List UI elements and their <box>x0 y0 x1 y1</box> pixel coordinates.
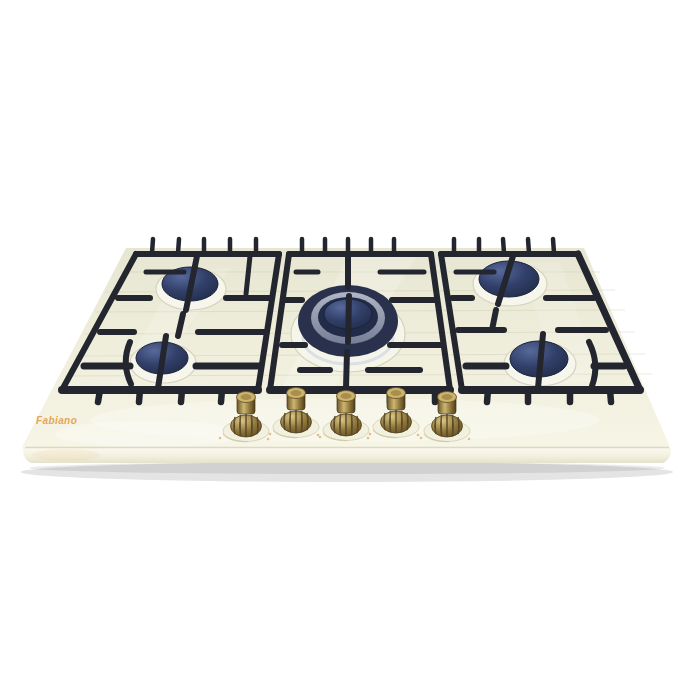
gas-cooktop-photo: Fabiano <box>0 0 693 693</box>
drop-shadow <box>21 462 673 482</box>
scene: Fabiano <box>0 0 693 693</box>
front-panel <box>23 447 671 463</box>
brand-logo-text: Fabiano <box>36 415 77 426</box>
